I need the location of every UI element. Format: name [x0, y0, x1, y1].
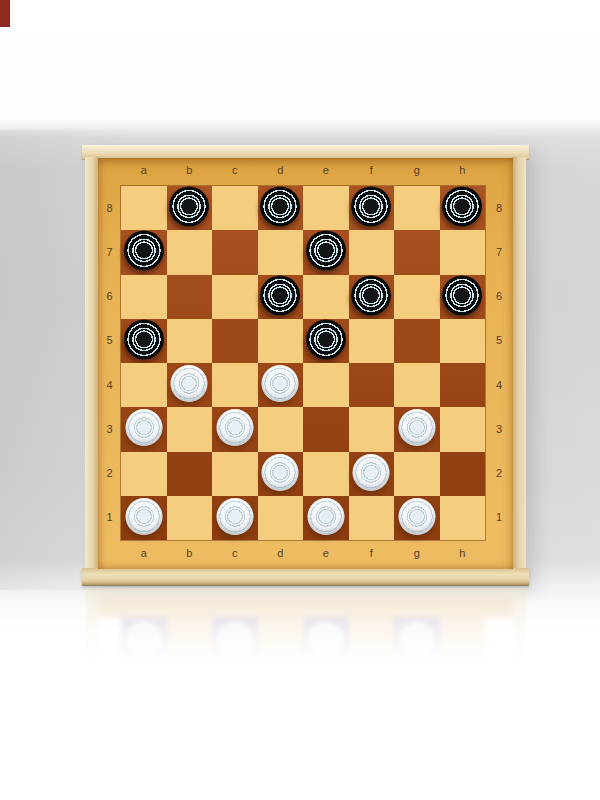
- square-h8[interactable]: [440, 186, 486, 230]
- white-checker-a1[interactable]: [125, 498, 162, 535]
- rank-labels-left: 87654321: [98, 186, 121, 540]
- white-checker-g1[interactable]: [398, 498, 435, 535]
- checkers-board: abcdefgh abcdefgh 87654321 87654321: [85, 146, 526, 585]
- square-f6[interactable]: [349, 275, 395, 319]
- black-checker-h6[interactable]: [442, 275, 482, 315]
- square-f3[interactable]: [349, 407, 395, 451]
- square-g8[interactable]: [394, 186, 440, 230]
- board-frame-top: [82, 145, 529, 159]
- square-e1[interactable]: [303, 496, 349, 540]
- black-checker-d8[interactable]: [260, 187, 300, 227]
- square-b4[interactable]: [167, 363, 213, 407]
- board-frame-bottom: [82, 568, 529, 586]
- square-g7[interactable]: [394, 230, 440, 274]
- square-c4[interactable]: [212, 363, 258, 407]
- square-a7[interactable]: [121, 230, 167, 274]
- square-d5[interactable]: [258, 319, 304, 363]
- square-h6[interactable]: [440, 275, 486, 319]
- black-checker-d6[interactable]: [260, 275, 300, 315]
- square-a6[interactable]: [121, 275, 167, 319]
- reflection-checker: [126, 622, 162, 658]
- rank-label-2: 2: [98, 452, 121, 496]
- square-e2[interactable]: [303, 452, 349, 496]
- square-g6[interactable]: [394, 275, 440, 319]
- rank-label-3: 3: [485, 407, 513, 451]
- file-label-g: g: [394, 165, 440, 176]
- square-d1[interactable]: [258, 496, 304, 540]
- square-h5[interactable]: [440, 319, 486, 363]
- file-label-a: a: [121, 165, 167, 176]
- reflection-rail: [82, 587, 529, 599]
- white-checker-c3[interactable]: [216, 409, 253, 446]
- square-d6[interactable]: [258, 275, 304, 319]
- square-a4[interactable]: [121, 363, 167, 407]
- square-c7[interactable]: [212, 230, 258, 274]
- rank-label-1: 1: [485, 496, 513, 540]
- rank-label-8: 8: [485, 186, 513, 230]
- square-a3[interactable]: [121, 407, 167, 451]
- file-label-a: a: [121, 548, 167, 559]
- reflection-checker: [217, 622, 253, 658]
- square-d2[interactable]: [258, 452, 304, 496]
- square-f5[interactable]: [349, 319, 395, 363]
- reflection-row: [121, 617, 485, 663]
- square-e6[interactable]: [303, 275, 349, 319]
- file-label-d: d: [258, 548, 304, 559]
- white-checker-e1[interactable]: [307, 498, 344, 535]
- board-frame-left: [85, 157, 99, 569]
- reflection-cell: [303, 617, 349, 663]
- square-a1[interactable]: [121, 496, 167, 540]
- rank-label-6: 6: [98, 275, 121, 319]
- file-labels-top: abcdefgh: [121, 165, 485, 176]
- reflection-checker: [308, 622, 344, 658]
- board-surface: abcdefgh abcdefgh 87654321 87654321: [98, 158, 513, 569]
- white-checker-a3[interactable]: [125, 409, 162, 446]
- file-label-f: f: [349, 548, 395, 559]
- square-f4[interactable]: [349, 363, 395, 407]
- rank-label-7: 7: [98, 230, 121, 274]
- file-label-c: c: [212, 165, 258, 176]
- file-label-e: e: [303, 165, 349, 176]
- square-a8[interactable]: [121, 186, 167, 230]
- reflection-cell: [440, 617, 486, 663]
- square-b1[interactable]: [167, 496, 213, 540]
- black-checker-f6[interactable]: [351, 275, 391, 315]
- square-f1[interactable]: [349, 496, 395, 540]
- file-label-b: b: [167, 165, 213, 176]
- reflection-cell: [212, 617, 258, 663]
- square-c5[interactable]: [212, 319, 258, 363]
- square-b2[interactable]: [167, 452, 213, 496]
- square-d4[interactable]: [258, 363, 304, 407]
- rank-label-2: 2: [485, 452, 513, 496]
- red-corner-tag: [0, 0, 10, 27]
- reflection-cell: [349, 617, 395, 663]
- square-h2[interactable]: [440, 452, 486, 496]
- reflection-frame-right: [513, 599, 526, 669]
- rank-label-4: 4: [98, 363, 121, 407]
- square-a2[interactable]: [121, 452, 167, 496]
- reflection-cell: [121, 617, 167, 663]
- file-label-e: e: [303, 548, 349, 559]
- square-c6[interactable]: [212, 275, 258, 319]
- square-c2[interactable]: [212, 452, 258, 496]
- rank-label-6: 6: [485, 275, 513, 319]
- black-checker-b8[interactable]: [169, 187, 209, 227]
- table-reflection: [85, 587, 526, 669]
- file-label-g: g: [394, 548, 440, 559]
- square-g5[interactable]: [394, 319, 440, 363]
- square-h7[interactable]: [440, 230, 486, 274]
- file-label-f: f: [349, 165, 395, 176]
- black-checker-e7[interactable]: [306, 231, 346, 271]
- square-c8[interactable]: [212, 186, 258, 230]
- black-checker-h8[interactable]: [442, 187, 482, 227]
- black-checker-a5[interactable]: [124, 319, 164, 359]
- file-label-h: h: [440, 548, 486, 559]
- square-f2[interactable]: [349, 452, 395, 496]
- board-frame-right: [512, 157, 526, 569]
- reflection-cell: [167, 617, 213, 663]
- square-b8[interactable]: [167, 186, 213, 230]
- square-h3[interactable]: [440, 407, 486, 451]
- square-c1[interactable]: [212, 496, 258, 540]
- file-labels-bottom: abcdefgh: [121, 548, 485, 559]
- square-b6[interactable]: [167, 275, 213, 319]
- square-h4[interactable]: [440, 363, 486, 407]
- white-checker-d2[interactable]: [262, 454, 299, 491]
- black-checker-f8[interactable]: [351, 187, 391, 227]
- square-d3[interactable]: [258, 407, 304, 451]
- square-g1[interactable]: [394, 496, 440, 540]
- square-e7[interactable]: [303, 230, 349, 274]
- white-checker-g3[interactable]: [398, 409, 435, 446]
- white-checker-d4[interactable]: [262, 365, 299, 402]
- reflection-cell: [258, 617, 304, 663]
- black-checker-a7[interactable]: [124, 231, 164, 271]
- rank-label-4: 4: [485, 363, 513, 407]
- rank-label-5: 5: [485, 319, 513, 363]
- reflection-cell: [394, 617, 440, 663]
- square-e4[interactable]: [303, 363, 349, 407]
- square-g2[interactable]: [394, 452, 440, 496]
- square-e3[interactable]: [303, 407, 349, 451]
- reflection-checker: [399, 622, 435, 658]
- square-g3[interactable]: [394, 407, 440, 451]
- square-b3[interactable]: [167, 407, 213, 451]
- square-g4[interactable]: [394, 363, 440, 407]
- file-label-d: d: [258, 165, 304, 176]
- white-checker-c1[interactable]: [216, 498, 253, 535]
- scene: abcdefgh abcdefgh 87654321 87654321: [0, 0, 600, 800]
- reflection-frame-left: [85, 599, 98, 669]
- rank-label-3: 3: [98, 407, 121, 451]
- rank-label-7: 7: [485, 230, 513, 274]
- rank-labels-right: 87654321: [485, 186, 513, 540]
- reflection-margin: [98, 599, 513, 617]
- black-checker-e5[interactable]: [306, 319, 346, 359]
- square-h1[interactable]: [440, 496, 486, 540]
- square-c3[interactable]: [212, 407, 258, 451]
- rank-label-5: 5: [98, 319, 121, 363]
- square-d8[interactable]: [258, 186, 304, 230]
- file-label-h: h: [440, 165, 486, 176]
- white-checker-f2[interactable]: [353, 454, 390, 491]
- rank-label-8: 8: [98, 186, 121, 230]
- rank-label-1: 1: [98, 496, 121, 540]
- square-e5[interactable]: [303, 319, 349, 363]
- board-grid: [121, 186, 485, 540]
- white-checker-b4[interactable]: [171, 365, 208, 402]
- file-label-c: c: [212, 548, 258, 559]
- square-b5[interactable]: [167, 319, 213, 363]
- square-a5[interactable]: [121, 319, 167, 363]
- file-label-b: b: [167, 548, 213, 559]
- square-f8[interactable]: [349, 186, 395, 230]
- square-b7[interactable]: [167, 230, 213, 274]
- square-f7[interactable]: [349, 230, 395, 274]
- square-d7[interactable]: [258, 230, 304, 274]
- square-e8[interactable]: [303, 186, 349, 230]
